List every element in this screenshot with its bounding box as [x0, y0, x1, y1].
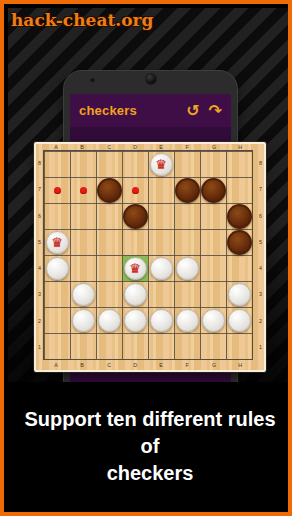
- square-F6[interactable]: [174, 203, 200, 229]
- square-B5[interactable]: [70, 229, 96, 255]
- square-B3[interactable]: [70, 281, 96, 307]
- coord-label: H: [228, 361, 252, 367]
- square-C4[interactable]: [96, 255, 122, 281]
- dark-man-piece[interactable]: [227, 230, 252, 255]
- square-A5[interactable]: ♛: [44, 229, 70, 255]
- white-man-piece[interactable]: [228, 309, 251, 332]
- square-A1[interactable]: [44, 333, 70, 359]
- coord-label: G: [202, 361, 226, 367]
- square-F3[interactable]: [174, 281, 200, 307]
- square-A7[interactable]: [44, 177, 70, 203]
- dark-man-piece[interactable]: [175, 178, 200, 203]
- coord-label: 5: [36, 230, 42, 254]
- front-camera-icon: [146, 74, 156, 84]
- white-man-piece[interactable]: [46, 257, 69, 280]
- square-D5[interactable]: [122, 229, 148, 255]
- square-E6[interactable]: [148, 203, 174, 229]
- coord-label: D: [123, 361, 147, 367]
- square-E4[interactable]: [148, 255, 174, 281]
- coord-label: B: [71, 143, 95, 149]
- square-C6[interactable]: [96, 203, 122, 229]
- square-D7[interactable]: [122, 177, 148, 203]
- dark-man-piece[interactable]: [227, 204, 252, 229]
- square-B2[interactable]: [70, 307, 96, 333]
- coord-label: E: [149, 361, 173, 367]
- square-E5[interactable]: [148, 229, 174, 255]
- square-H7[interactable]: [226, 177, 252, 203]
- coord-label: B: [71, 361, 95, 367]
- white-man-piece[interactable]: [124, 309, 147, 332]
- caption-line-2: of: [141, 433, 160, 460]
- white-king-piece[interactable]: ♛: [46, 231, 69, 254]
- square-C2[interactable]: [96, 307, 122, 333]
- coord-label: C: [97, 143, 121, 149]
- square-G5[interactable]: [200, 229, 226, 255]
- appbar-icons: ↺ ↷: [186, 94, 222, 127]
- square-G1[interactable]: [200, 333, 226, 359]
- caption-line-1: Support ten different rules: [24, 406, 275, 433]
- promo-image: hack-cheat.org checkers ↺ ↷ ABCDEFGH ABC…: [0, 0, 292, 516]
- white-man-piece[interactable]: [98, 309, 121, 332]
- white-man-piece[interactable]: [124, 283, 147, 306]
- square-D3[interactable]: [122, 281, 148, 307]
- coord-label: 3: [36, 283, 42, 307]
- square-F2[interactable]: [174, 307, 200, 333]
- move-hint-dot[interactable]: [80, 187, 87, 194]
- square-D4[interactable]: ♛: [122, 255, 148, 281]
- checkers-board: ABCDEFGH ABCDEFGH 87654321 87654321 ♛♛♛: [34, 142, 266, 372]
- white-man-piece[interactable]: [150, 257, 173, 280]
- square-A6[interactable]: [44, 203, 70, 229]
- white-man-piece[interactable]: [176, 309, 199, 332]
- rank-labels-left: 87654321: [36, 150, 43, 360]
- coord-label: D: [123, 143, 147, 149]
- square-A4[interactable]: [44, 255, 70, 281]
- square-G8[interactable]: [200, 151, 226, 177]
- square-E2[interactable]: [148, 307, 174, 333]
- coord-label: G: [202, 143, 226, 149]
- square-D1[interactable]: [122, 333, 148, 359]
- square-E7[interactable]: [148, 177, 174, 203]
- board-play-area: ♛♛♛: [43, 150, 253, 360]
- coord-label: 7: [257, 178, 263, 202]
- white-man-piece[interactable]: [202, 309, 225, 332]
- square-E8[interactable]: ♛: [148, 151, 174, 177]
- square-D2[interactable]: [122, 307, 148, 333]
- square-B7[interactable]: [70, 177, 96, 203]
- square-A2[interactable]: [44, 307, 70, 333]
- square-A8[interactable]: [44, 151, 70, 177]
- coord-label: 6: [257, 204, 263, 228]
- app-header-bar: checkers ↺ ↷: [70, 94, 231, 127]
- square-G6[interactable]: [200, 203, 226, 229]
- coord-label: C: [97, 361, 121, 367]
- king-crown-icon: ♛: [51, 236, 63, 249]
- coord-label: 7: [36, 178, 42, 202]
- white-king-piece[interactable]: ♛: [150, 153, 173, 176]
- square-F4[interactable]: [174, 255, 200, 281]
- coord-label: 1: [36, 335, 42, 359]
- app-title: checkers: [79, 103, 137, 118]
- white-man-piece[interactable]: [176, 257, 199, 280]
- square-E1[interactable]: [148, 333, 174, 359]
- watermark-text: hack-cheat.org: [11, 10, 153, 30]
- white-man-piece[interactable]: [228, 283, 251, 306]
- dark-man-piece[interactable]: [201, 178, 226, 203]
- square-C1[interactable]: [96, 333, 122, 359]
- square-D6[interactable]: [122, 203, 148, 229]
- redo-icon[interactable]: ↷: [209, 103, 222, 119]
- coord-label: 3: [257, 283, 263, 307]
- white-king-piece[interactable]: ♛: [124, 257, 147, 280]
- white-man-piece[interactable]: [72, 309, 95, 332]
- square-B4[interactable]: [70, 255, 96, 281]
- square-F1[interactable]: [174, 333, 200, 359]
- square-D8[interactable]: [122, 151, 148, 177]
- square-C8[interactable]: [96, 151, 122, 177]
- square-F5[interactable]: [174, 229, 200, 255]
- coord-label: 2: [257, 309, 263, 333]
- move-hint-dot[interactable]: [132, 187, 139, 194]
- coord-label: 8: [36, 151, 42, 175]
- caption-line-3: checkers: [107, 460, 194, 487]
- coord-label: A: [44, 361, 68, 367]
- square-A3[interactable]: [44, 281, 70, 307]
- square-H5[interactable]: [226, 229, 252, 255]
- move-hint-dot[interactable]: [54, 187, 61, 194]
- dark-man-piece[interactable]: [97, 178, 122, 203]
- sensor-dot-icon: [90, 77, 95, 82]
- caption-section: Support ten different rules of checkers: [8, 382, 292, 516]
- coord-label: F: [176, 143, 200, 149]
- board-grid: ♛♛♛: [44, 151, 252, 359]
- coord-label: 4: [36, 256, 42, 280]
- square-B1[interactable]: [70, 333, 96, 359]
- white-man-piece[interactable]: [150, 309, 173, 332]
- undo-icon[interactable]: ↺: [186, 103, 199, 119]
- square-C5[interactable]: [96, 229, 122, 255]
- coord-label: 8: [257, 151, 263, 175]
- square-H8[interactable]: [226, 151, 252, 177]
- coord-label: F: [176, 361, 200, 367]
- square-H3[interactable]: [226, 281, 252, 307]
- dark-man-piece[interactable]: [123, 204, 148, 229]
- square-H6[interactable]: [226, 203, 252, 229]
- coord-label: 5: [257, 230, 263, 254]
- rank-labels-right: 87654321: [257, 150, 264, 360]
- square-F8[interactable]: [174, 151, 200, 177]
- square-G2[interactable]: [200, 307, 226, 333]
- square-G7[interactable]: [200, 177, 226, 203]
- coord-label: 2: [36, 309, 42, 333]
- coord-label: E: [149, 143, 173, 149]
- file-labels-bottom: ABCDEFGH: [43, 361, 253, 368]
- coord-label: A: [44, 143, 68, 149]
- square-F7[interactable]: [174, 177, 200, 203]
- white-man-piece[interactable]: [72, 283, 95, 306]
- coord-label: 4: [257, 256, 263, 280]
- square-E3[interactable]: [148, 281, 174, 307]
- coord-label: 1: [257, 335, 263, 359]
- square-G4[interactable]: [200, 255, 226, 281]
- file-labels-top: ABCDEFGH: [43, 143, 253, 150]
- square-C7[interactable]: [96, 177, 122, 203]
- square-C3[interactable]: [96, 281, 122, 307]
- square-B6[interactable]: [70, 203, 96, 229]
- coord-label: 6: [36, 204, 42, 228]
- square-H4[interactable]: [226, 255, 252, 281]
- king-crown-icon: ♛: [155, 158, 167, 171]
- square-B8[interactable]: [70, 151, 96, 177]
- king-crown-icon: ♛: [129, 262, 141, 275]
- square-H1[interactable]: [226, 333, 252, 359]
- coord-label: H: [228, 143, 252, 149]
- square-H2[interactable]: [226, 307, 252, 333]
- square-G3[interactable]: [200, 281, 226, 307]
